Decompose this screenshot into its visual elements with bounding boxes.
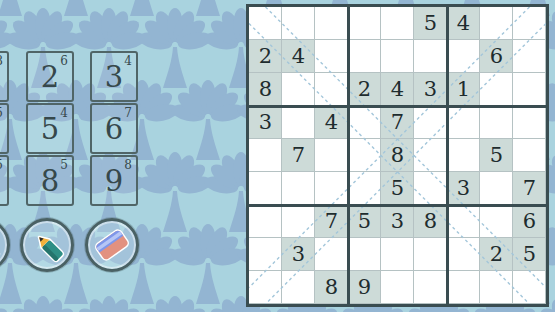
cell-r6c1[interactable]: [249, 172, 282, 205]
given-digit: 7: [391, 112, 404, 133]
cell-r1c6[interactable]: 5: [414, 7, 447, 40]
box-line-horizontal: [249, 105, 546, 108]
cell-r6c8[interactable]: [480, 172, 513, 205]
cell-r1c5[interactable]: [381, 7, 414, 40]
cell-r4c5[interactable]: 7: [381, 106, 414, 139]
cell-r5c9[interactable]: [513, 139, 546, 172]
cell-r7c9[interactable]: 6: [513, 205, 546, 238]
given-digit: 4: [391, 79, 404, 100]
cell-r5c7[interactable]: [447, 139, 480, 172]
cell-r6c9[interactable]: 7: [513, 172, 546, 205]
cell-r2c7[interactable]: [447, 40, 480, 73]
tile-remaining-count: 4: [124, 55, 132, 67]
cell-r5c2[interactable]: 7: [282, 139, 315, 172]
cell-r6c2[interactable]: [282, 172, 315, 205]
cell-r9c2[interactable]: [282, 271, 315, 304]
board-cells: 54246824313477855377538632589: [249, 7, 546, 304]
tile-3[interactable]: 34: [90, 51, 138, 102]
given-digit: 8: [259, 79, 272, 100]
given-digit: 5: [358, 211, 371, 232]
cell-r9c4[interactable]: 9: [348, 271, 381, 304]
given-digit: 2: [259, 46, 272, 67]
cell-r5c4[interactable]: [348, 139, 381, 172]
cell-r1c8[interactable]: [480, 7, 513, 40]
cell-r8c7[interactable]: [447, 238, 480, 271]
pencil-button[interactable]: [20, 218, 74, 272]
tile-remaining-count: 8: [124, 159, 132, 171]
tile-remaining-count: 4: [60, 107, 68, 119]
eraser-button[interactable]: [85, 218, 139, 272]
cell-r2c3[interactable]: [315, 40, 348, 73]
tile-4[interactable]: 45: [0, 103, 9, 154]
box-line-horizontal: [249, 204, 546, 207]
given-digit: 7: [292, 145, 305, 166]
cell-r9c7[interactable]: [447, 271, 480, 304]
cell-r1c1[interactable]: [249, 7, 282, 40]
cell-r3c6[interactable]: 3: [414, 73, 447, 106]
given-digit: 2: [358, 79, 371, 100]
cell-r4c3[interactable]: 4: [315, 106, 348, 139]
cell-r6c5[interactable]: 5: [381, 172, 414, 205]
given-digit: 7: [523, 178, 536, 199]
wallpaper-flower: [170, 224, 246, 304]
tile-digit: 3: [105, 63, 123, 92]
given-digit: 8: [325, 277, 338, 298]
cell-r8c6[interactable]: [414, 238, 447, 271]
tile-remaining-count: 5: [60, 159, 68, 171]
cell-r2c8[interactable]: 6: [480, 40, 513, 73]
given-digit: 3: [391, 211, 404, 232]
given-digit: 4: [457, 13, 470, 34]
wallpaper-flower: [38, 0, 114, 16]
cell-r8c1[interactable]: [249, 238, 282, 271]
tile-digit: 2: [41, 63, 59, 92]
cell-r4c9[interactable]: [513, 106, 546, 139]
cell-r5c5[interactable]: 8: [381, 139, 414, 172]
given-digit: 5: [523, 244, 536, 265]
tile-remaining-count: 6: [60, 55, 68, 67]
cell-r9c3[interactable]: 8: [315, 271, 348, 304]
tile-digit: 5: [41, 115, 59, 144]
given-digit: 4: [325, 112, 338, 133]
tile-column: 184575: [0, 51, 9, 207]
cell-r3c4[interactable]: 2: [348, 73, 381, 106]
cell-r5c6[interactable]: [414, 139, 447, 172]
given-digit: 6: [523, 211, 536, 232]
cell-r3c7[interactable]: 1: [447, 73, 480, 106]
box-line-vertical: [347, 7, 350, 304]
tile-column: 265485: [26, 51, 74, 207]
tile-8[interactable]: 85: [26, 155, 74, 206]
given-digit: 7: [325, 211, 338, 232]
cell-r9c5[interactable]: [381, 271, 414, 304]
cell-r4c8[interactable]: [480, 106, 513, 139]
cell-r8c4[interactable]: [348, 238, 381, 271]
given-digit: 3: [259, 112, 272, 133]
cell-r9c1[interactable]: [249, 271, 282, 304]
given-digit: 1: [457, 79, 470, 100]
tile-6[interactable]: 67: [90, 103, 138, 154]
cell-r9c8[interactable]: [480, 271, 513, 304]
box-line-vertical: [446, 7, 449, 304]
cell-r4c4[interactable]: [348, 106, 381, 139]
cell-r5c8[interactable]: 5: [480, 139, 513, 172]
red-pencil-icon: [0, 226, 2, 264]
cell-r6c3[interactable]: [315, 172, 348, 205]
cell-r1c4[interactable]: [348, 7, 381, 40]
board: 54246824313477855377538632589: [246, 4, 549, 307]
cell-r8c3[interactable]: [315, 238, 348, 271]
cell-r3c2[interactable]: [282, 73, 315, 106]
cell-r2c6[interactable]: [414, 40, 447, 73]
tile-9[interactable]: 98: [90, 155, 138, 206]
cell-r4c6[interactable]: [414, 106, 447, 139]
tile-remaining-count: 7: [124, 107, 132, 119]
tile-digit: 8: [41, 167, 59, 196]
given-digit: 3: [292, 244, 305, 265]
cell-r2c4[interactable]: [348, 40, 381, 73]
cell-r7c3[interactable]: 7: [315, 205, 348, 238]
cell-r7c2[interactable]: [282, 205, 315, 238]
cell-r7c8[interactable]: [480, 205, 513, 238]
given-digit: 8: [391, 145, 404, 166]
wallpaper-flower: [137, 8, 213, 88]
cell-r8c5[interactable]: [381, 238, 414, 271]
cell-r8c8[interactable]: 2: [480, 238, 513, 271]
cell-r8c2[interactable]: 3: [282, 238, 315, 271]
cell-r4c1[interactable]: 3: [249, 106, 282, 139]
given-digit: 4: [292, 46, 305, 67]
cell-r3c3[interactable]: [315, 73, 348, 106]
wallpaper-flower: [104, 0, 180, 16]
cell-r3c1[interactable]: 8: [249, 73, 282, 106]
tile-remaining-count: 8: [0, 55, 3, 67]
eraser-icon: [92, 225, 132, 265]
given-digit: 9: [358, 277, 371, 298]
given-digit: 6: [490, 46, 503, 67]
given-digit: 5: [391, 178, 404, 199]
tile-1[interactable]: 18: [0, 51, 9, 102]
cell-r2c9[interactable]: [513, 40, 546, 73]
cell-r3c8[interactable]: [480, 73, 513, 106]
wallpaper-flower: [170, 0, 246, 16]
cell-r2c5[interactable]: [381, 40, 414, 73]
given-digit: 5: [490, 145, 503, 166]
cell-r7c5[interactable]: 3: [381, 205, 414, 238]
cell-r6c4[interactable]: [348, 172, 381, 205]
tile-remaining-count: 5: [0, 159, 3, 171]
tile-digit: 6: [105, 115, 123, 144]
cell-r1c9[interactable]: [513, 7, 546, 40]
cell-r3c9[interactable]: [513, 73, 546, 106]
cell-r1c3[interactable]: [315, 7, 348, 40]
cell-r4c2[interactable]: [282, 106, 315, 139]
tile-digit: 9: [105, 167, 123, 196]
tile-5[interactable]: 54: [26, 103, 74, 154]
given-digit: 3: [457, 178, 470, 199]
given-digit: 2: [490, 244, 503, 265]
cell-r8c9[interactable]: 5: [513, 238, 546, 271]
cell-r6c7[interactable]: 3: [447, 172, 480, 205]
tile-column: 346798: [90, 51, 138, 207]
cell-r7c4[interactable]: 5: [348, 205, 381, 238]
cell-r1c2[interactable]: [282, 7, 315, 40]
cell-r4c7[interactable]: [447, 106, 480, 139]
cell-r9c6[interactable]: [414, 271, 447, 304]
tile-7[interactable]: 75: [0, 155, 9, 206]
cell-r2c1[interactable]: 2: [249, 40, 282, 73]
cell-r7c6[interactable]: 8: [414, 205, 447, 238]
given-digit: 3: [424, 79, 437, 100]
tile-2[interactable]: 26: [26, 51, 74, 102]
cell-r5c1[interactable]: [249, 139, 282, 172]
cell-r9c9[interactable]: [513, 271, 546, 304]
sudoku-app: { "game": "argyle-sudoku", "variant": { …: [0, 0, 555, 312]
cell-r6c6[interactable]: [414, 172, 447, 205]
cell-r7c7[interactable]: [447, 205, 480, 238]
cell-r7c1[interactable]: [249, 205, 282, 238]
tile-remaining-count: 5: [0, 107, 3, 119]
cell-r2c2[interactable]: 4: [282, 40, 315, 73]
cell-r5c3[interactable]: [315, 139, 348, 172]
wallpaper-flower: [170, 80, 246, 160]
green-pencil-icon: [28, 226, 66, 264]
given-digit: 8: [424, 211, 437, 232]
given-digit: 5: [424, 13, 437, 34]
wallpaper-flower: [137, 152, 213, 232]
cell-r1c7[interactable]: 4: [447, 7, 480, 40]
cell-r3c5[interactable]: 4: [381, 73, 414, 106]
